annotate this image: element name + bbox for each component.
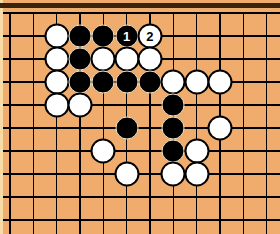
stone-white [44, 24, 69, 49]
stone-white [114, 47, 139, 72]
board-top-edge [0, 3, 280, 8]
grid-line-h [3, 150, 280, 152]
stone-white [67, 93, 92, 118]
grid-line-h [3, 12, 280, 14]
stone-white [91, 47, 116, 72]
stone-white [161, 162, 186, 187]
grid-line-h [3, 219, 280, 221]
move-2-stone: 2 [137, 24, 162, 49]
grid-line-h [3, 173, 280, 175]
go-board: 12 [0, 0, 280, 234]
move-1-stone: 1 [115, 25, 138, 48]
stone-black [115, 71, 138, 94]
stone-black [92, 71, 115, 94]
stone-black [92, 25, 115, 48]
move-number-label: 2 [146, 30, 153, 43]
stone-black [162, 117, 185, 140]
stone-black [162, 94, 185, 117]
stone-white [91, 139, 116, 164]
stone-white [207, 116, 232, 141]
stone-black [68, 71, 91, 94]
grid-line-h [3, 127, 280, 129]
stone-black [68, 48, 91, 71]
stone-black [115, 117, 138, 140]
grid-line-v [196, 12, 198, 234]
stone-white [137, 47, 162, 72]
stone-white [184, 162, 209, 187]
stone-white [114, 162, 139, 187]
grid-line-v [266, 12, 268, 234]
grid-line-v [33, 12, 35, 234]
stone-white [161, 70, 186, 95]
stone-black [162, 140, 185, 163]
stone-white [207, 70, 232, 95]
stone-black [68, 25, 91, 48]
stone-white [44, 93, 69, 118]
stone-white [184, 70, 209, 95]
grid-line-v [243, 12, 245, 234]
stone-white [44, 70, 69, 95]
grid-line-v [9, 12, 11, 234]
stone-white [184, 139, 209, 164]
move-number-label: 1 [123, 30, 130, 43]
grid-line-h [3, 196, 280, 198]
stone-black [138, 71, 161, 94]
stone-white [44, 47, 69, 72]
